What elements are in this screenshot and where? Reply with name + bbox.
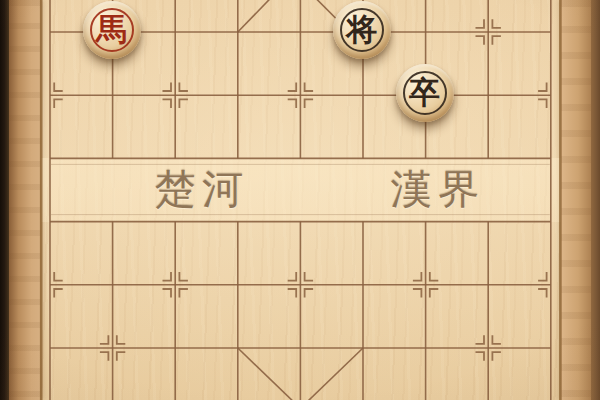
piece-red-horse[interactable]: 馬 (83, 1, 141, 59)
piece-black-general[interactable]: 将 (333, 1, 391, 59)
piece-black-soldier[interactable]: 卒 (396, 64, 454, 122)
piece-glyph: 卒 (396, 64, 454, 122)
piece-glyph: 将 (333, 1, 391, 59)
grid-lines (0, 0, 600, 400)
xiangqi-board[interactable]: 楚河 漢界 馬将卒 (0, 0, 600, 400)
piece-glyph: 馬 (83, 1, 141, 59)
